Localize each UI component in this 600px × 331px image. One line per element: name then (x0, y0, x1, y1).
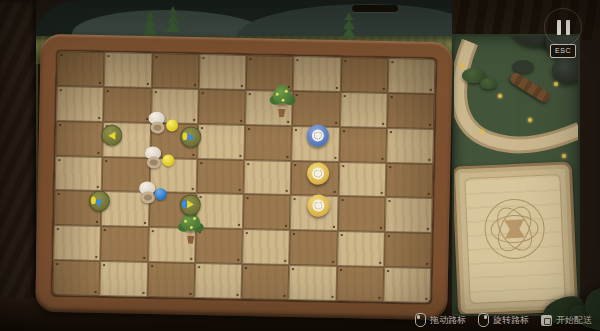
board-wrap (35, 34, 453, 321)
esc-key-badge: ESC (550, 44, 576, 58)
yellow-ball (163, 154, 175, 166)
key-icon (541, 315, 552, 326)
rosette-emblem (483, 198, 546, 261)
hint-start-delivery: 开始配送 (541, 314, 592, 327)
flower-icon (554, 82, 558, 86)
sheep-coil (141, 191, 155, 203)
card-face (464, 174, 565, 304)
delivery-plate-yellow (307, 162, 329, 184)
flower-icon (480, 130, 484, 134)
hint-label: 旋转路标 (493, 314, 529, 327)
blue-ball (155, 188, 167, 200)
tree-pot (277, 109, 286, 117)
sheep-piece (144, 147, 161, 170)
hint-rotate-signpost: 旋转路标 (478, 313, 529, 327)
mouse-right-icon (478, 313, 489, 327)
hint-label: 开始配送 (556, 314, 592, 327)
signpost-disc[interactable] (180, 127, 201, 148)
sheep-coil (150, 122, 164, 134)
flower-icon (460, 64, 464, 68)
game-board (35, 34, 453, 321)
yellow-ball (166, 119, 178, 131)
flower-icon (498, 94, 502, 98)
arrow-icon (187, 133, 194, 141)
pieces-layer (68, 66, 420, 287)
plate-center (312, 200, 324, 212)
arrow-icon (109, 132, 116, 140)
delivery-plate-yellow (307, 195, 329, 217)
hint-label: 拖动路标 (430, 314, 466, 327)
plate-center (312, 167, 324, 179)
signpost-disc[interactable] (102, 125, 123, 146)
control-hints: 拖动路标 旋转路标 开始配送 (415, 313, 592, 327)
tree-pot (186, 235, 195, 243)
tree-piece (266, 85, 297, 122)
side-garden-panel (452, 34, 580, 316)
tree-piece (175, 211, 206, 248)
item-dot (91, 196, 96, 204)
frame-slot (352, 5, 398, 12)
item-dot (182, 133, 187, 141)
pause-button[interactable] (544, 8, 582, 46)
signpost-disc[interactable] (89, 190, 110, 211)
signpost-disc[interactable] (180, 194, 201, 215)
plate-center (312, 130, 324, 142)
hint-drag-signpost: 拖动路标 (415, 313, 466, 327)
arrow-icon (187, 201, 194, 209)
flower-icon (528, 118, 532, 122)
sheep-piece (148, 112, 165, 135)
game-screen: ESC 拖动路标 旋转路标 开始配送 (0, 0, 600, 331)
card-tray (452, 161, 578, 316)
item-dot (182, 200, 187, 208)
flower-icon (562, 154, 566, 158)
wooden-wall-left (0, 0, 36, 331)
mouse-left-icon (415, 313, 426, 327)
sheep-coil (146, 157, 160, 169)
bush-icon (480, 78, 497, 89)
delivery-plate-blue (307, 124, 329, 146)
bush-icon (512, 60, 534, 73)
